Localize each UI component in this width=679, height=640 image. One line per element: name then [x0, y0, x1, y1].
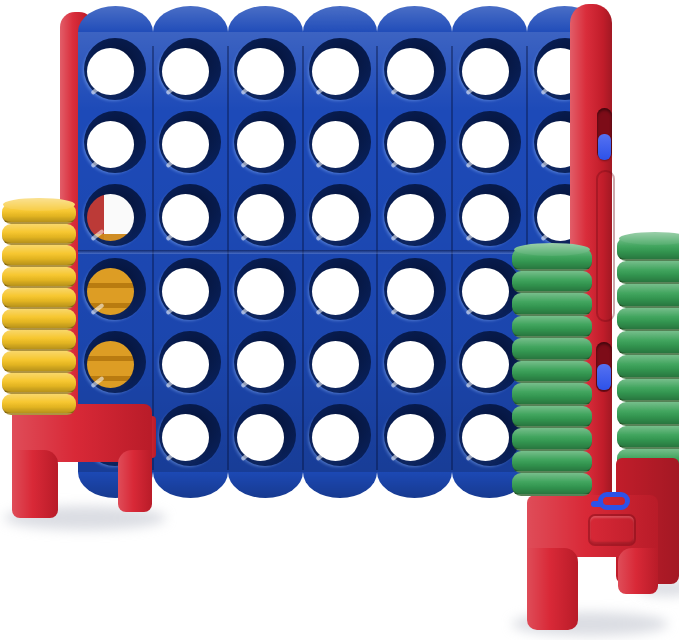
- hole-opening: [387, 341, 434, 388]
- hole-c2-r3: [159, 184, 221, 246]
- hole-c5-r2: [384, 111, 446, 173]
- hole-c3-r4: [234, 258, 296, 320]
- board-cell-c4-r3: [303, 179, 378, 252]
- front-right-discs: [512, 248, 592, 496]
- board-cell-c3-r5: [228, 325, 303, 398]
- board-cell-c3-r1: [228, 32, 303, 105]
- hole-c6-r2: [459, 111, 521, 173]
- disc-yellow: [2, 245, 76, 266]
- board-cell-c4-r1: [303, 32, 378, 105]
- board-cell-c2-r1: [153, 32, 228, 105]
- disc-green: [512, 473, 592, 496]
- hole-opening: [87, 48, 134, 95]
- hole-c2-r4: [159, 258, 221, 320]
- board-cell-c1-r3: [78, 179, 153, 252]
- disc-green: [512, 248, 592, 271]
- board-cell-c6-r2: [452, 105, 527, 178]
- hole-opening: [462, 414, 509, 461]
- hole-opening: [237, 121, 284, 168]
- disc-green: [617, 355, 679, 379]
- hole-c1-r5: [84, 331, 146, 393]
- hole-c2-r1: [159, 38, 221, 100]
- post-groove: [596, 170, 615, 322]
- front-left-discs: [2, 203, 76, 415]
- board-cell-c1-r4: [78, 252, 153, 325]
- disc-green: [512, 271, 592, 294]
- hole-opening: [237, 268, 284, 315]
- hole-c5-r4: [384, 258, 446, 320]
- hole-opening: [312, 414, 359, 461]
- hole-opening: [462, 48, 509, 95]
- hole-c4-r4: [309, 258, 371, 320]
- board-cell-c4-r6: [303, 399, 378, 472]
- disc-green: [617, 331, 679, 355]
- disc-green: [512, 338, 592, 361]
- board-cell-c2-r3: [153, 179, 228, 252]
- board-cell-c3-r2: [228, 105, 303, 178]
- hole-opening: [237, 48, 284, 95]
- hole-opening: [312, 341, 359, 388]
- board-cell-c2-r6: [153, 399, 228, 472]
- hole-opening: [462, 194, 509, 241]
- board-cell-c3-r3: [228, 179, 303, 252]
- hole-opening: [312, 48, 359, 95]
- board-cell-c4-r5: [303, 325, 378, 398]
- disc-green: [512, 316, 592, 339]
- hole-opening: [162, 194, 209, 241]
- hole-c4-r6: [309, 404, 371, 466]
- rear-right-discs: [617, 237, 679, 473]
- hole-c1-r3: [84, 184, 146, 246]
- disc-yellow: [2, 351, 76, 372]
- disc-yellow: [2, 224, 76, 245]
- hole-opening: [387, 48, 434, 95]
- board-cell-c2-r2: [153, 105, 228, 178]
- board-cell-c1-r1: [78, 32, 153, 105]
- hole-opening: [237, 414, 284, 461]
- hole-c4-r3: [309, 184, 371, 246]
- hole-c3-r2: [234, 111, 296, 173]
- hole-c2-r5: [159, 331, 221, 393]
- hole-opening: [162, 48, 209, 95]
- hole-opening: [387, 121, 434, 168]
- board-cell-c5-r6: [377, 399, 452, 472]
- blue-latch-top: [598, 134, 611, 160]
- hole-c5-r6: [384, 404, 446, 466]
- blue-t-latch: [598, 492, 630, 510]
- disc-green: [512, 361, 592, 384]
- disc-green: [512, 406, 592, 429]
- hole-opening: [312, 194, 359, 241]
- hole-opening: [87, 121, 134, 168]
- disc-yellow: [2, 373, 76, 394]
- hole-c3-r3: [234, 184, 296, 246]
- disc-green: [617, 284, 679, 308]
- hole-c2-r2: [159, 111, 221, 173]
- board-cell-c2-r5: [153, 325, 228, 398]
- hole-opening: [162, 121, 209, 168]
- disc-green: [617, 402, 679, 426]
- disc-yellow: [2, 267, 76, 288]
- disc-yellow: [2, 288, 76, 309]
- disc-green: [617, 237, 679, 261]
- board-cell-c4-r2: [303, 105, 378, 178]
- hole-opening: [162, 341, 209, 388]
- board-cell-c1-r5: [78, 325, 153, 398]
- board-cell-c2-r4: [153, 252, 228, 325]
- disc-green: [512, 428, 592, 451]
- hole-c4-r1: [309, 38, 371, 100]
- hole-c4-r5: [309, 331, 371, 393]
- hole-opening: [462, 121, 509, 168]
- hole-c3-r6: [234, 404, 296, 466]
- disc-yellow: [2, 203, 76, 224]
- hole-opening: [87, 268, 134, 315]
- hole-opening: [237, 194, 284, 241]
- board-cell-c5-r2: [377, 105, 452, 178]
- hole-c1-r2: [84, 111, 146, 173]
- blue-latch-mid: [597, 364, 611, 390]
- hole-c5-r1: [384, 38, 446, 100]
- disc-green: [512, 383, 592, 406]
- board-cell-c5-r3: [377, 179, 452, 252]
- hole-opening: [162, 414, 209, 461]
- board-cell-c3-r4: [228, 252, 303, 325]
- disc-yellow: [2, 394, 76, 415]
- hole-c4-r2: [309, 111, 371, 173]
- hole-c1-r1: [84, 38, 146, 100]
- disc-yellow: [2, 309, 76, 330]
- connect-four-product-scene: [0, 0, 679, 640]
- hole-opening: [387, 268, 434, 315]
- hole-opening: [87, 341, 134, 388]
- hole-opening: [312, 121, 359, 168]
- disc-green: [617, 426, 679, 450]
- hole-c2-r6: [159, 404, 221, 466]
- disc-yellow: [2, 330, 76, 351]
- hole-c3-r1: [234, 38, 296, 100]
- board-cell-c4-r4: [303, 252, 378, 325]
- front-left-foot-right: [118, 450, 152, 512]
- disc-green: [617, 308, 679, 332]
- board-cell-c1-r2: [78, 105, 153, 178]
- disc-green: [512, 293, 592, 316]
- hole-opening: [462, 341, 509, 388]
- disc-green: [617, 379, 679, 403]
- hole-opening: [387, 194, 434, 241]
- front-right-foot-left: [527, 548, 578, 630]
- hole-c5-r3: [384, 184, 446, 246]
- front-left-foot-left: [12, 450, 58, 518]
- hole-c1-r4: [84, 258, 146, 320]
- board-cell-c5-r5: [377, 325, 452, 398]
- hole-c6-r1: [459, 38, 521, 100]
- hole-c3-r5: [234, 331, 296, 393]
- hole-c6-r3: [459, 184, 521, 246]
- hole-opening: [387, 414, 434, 461]
- hole-opening: [312, 268, 359, 315]
- hole-c5-r5: [384, 331, 446, 393]
- hole-opening: [237, 341, 284, 388]
- board-cell-c5-r4: [377, 252, 452, 325]
- board-cell-c5-r1: [377, 32, 452, 105]
- board-cell-c3-r6: [228, 399, 303, 472]
- board-cell-c6-r1: [452, 32, 527, 105]
- hole-opening: [162, 268, 209, 315]
- hole-opening: [87, 194, 134, 241]
- disc-green: [617, 261, 679, 285]
- brand-emboss: [588, 514, 636, 546]
- board-cell-c6-r3: [452, 179, 527, 252]
- hole-opening: [462, 268, 509, 315]
- disc-green: [512, 451, 592, 474]
- front-right-foot-right: [618, 548, 658, 594]
